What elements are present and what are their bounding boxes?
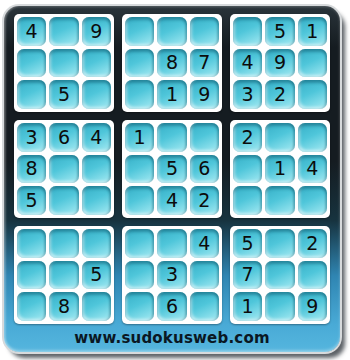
cell-r1c7[interactable]	[233, 17, 262, 46]
cell-r1c8[interactable]: 5	[265, 17, 294, 46]
cell-r7c5[interactable]	[157, 229, 186, 258]
cell-r3c8[interactable]: 2	[265, 80, 294, 109]
cell-r4c8[interactable]	[265, 123, 294, 152]
cell-r2c5[interactable]: 8	[157, 49, 186, 78]
cell-r9c3[interactable]	[82, 292, 111, 321]
cell-r7c6[interactable]: 4	[190, 229, 219, 258]
cell-r1c9[interactable]: 1	[298, 17, 327, 46]
cell-r3c6[interactable]: 9	[190, 80, 219, 109]
cell-r6c9[interactable]	[298, 186, 327, 215]
cell-r7c9[interactable]: 2	[298, 229, 327, 258]
cell-r3c1[interactable]	[17, 80, 46, 109]
cell-r4c7[interactable]: 2	[233, 123, 262, 152]
cell-r4c3[interactable]: 4	[82, 123, 111, 152]
box-3-2: 436	[122, 226, 222, 324]
cell-r5c2[interactable]	[49, 155, 78, 184]
box-1-3: 514932	[230, 14, 330, 112]
cell-r5c9[interactable]: 4	[298, 155, 327, 184]
cell-r8c4[interactable]	[125, 261, 154, 290]
cell-r6c6[interactable]: 2	[190, 186, 219, 215]
cell-r8c2[interactable]	[49, 261, 78, 290]
cell-r2c9[interactable]	[298, 49, 327, 78]
cell-r1c2[interactable]	[49, 17, 78, 46]
cell-r3c4[interactable]	[125, 80, 154, 109]
cell-r6c7[interactable]	[233, 186, 262, 215]
box-1-2: 8719	[122, 14, 222, 112]
box-2-1: 36485	[14, 120, 114, 218]
website-link[interactable]: www.sudokusweb.com	[74, 329, 269, 347]
cell-r3c5[interactable]: 1	[157, 80, 186, 109]
cell-r8c5[interactable]: 3	[157, 261, 186, 290]
cell-r6c5[interactable]: 4	[157, 186, 186, 215]
cell-r5c4[interactable]	[125, 155, 154, 184]
cell-r5c5[interactable]: 5	[157, 155, 186, 184]
box-3-3: 52719	[230, 226, 330, 324]
page: 495871951493236485156422145843652719 www…	[0, 0, 350, 360]
cell-r2c7[interactable]: 4	[233, 49, 262, 78]
cell-r9c9[interactable]: 9	[298, 292, 327, 321]
cell-r9c8[interactable]	[265, 292, 294, 321]
cell-r3c3[interactable]	[82, 80, 111, 109]
cell-r4c6[interactable]	[190, 123, 219, 152]
cell-r7c3[interactable]	[82, 229, 111, 258]
cell-r5c3[interactable]	[82, 155, 111, 184]
cell-r6c8[interactable]	[265, 186, 294, 215]
cell-r9c7[interactable]: 1	[233, 292, 262, 321]
footer-bar: www.sudokusweb.com	[4, 324, 340, 352]
cell-r4c9[interactable]	[298, 123, 327, 152]
cell-r8c1[interactable]	[17, 261, 46, 290]
cell-r6c2[interactable]	[49, 186, 78, 215]
cell-r4c5[interactable]	[157, 123, 186, 152]
cell-r6c4[interactable]	[125, 186, 154, 215]
cell-r1c4[interactable]	[125, 17, 154, 46]
cell-r2c4[interactable]	[125, 49, 154, 78]
cell-r8c6[interactable]	[190, 261, 219, 290]
box-2-3: 214	[230, 120, 330, 218]
cell-r9c4[interactable]	[125, 292, 154, 321]
box-2-2: 15642	[122, 120, 222, 218]
cell-r8c7[interactable]: 7	[233, 261, 262, 290]
cell-r4c1[interactable]: 3	[17, 123, 46, 152]
cell-r7c7[interactable]: 5	[233, 229, 262, 258]
cell-r5c8[interactable]: 1	[265, 155, 294, 184]
cell-r4c2[interactable]: 6	[49, 123, 78, 152]
cell-r5c6[interactable]: 6	[190, 155, 219, 184]
cell-r1c5[interactable]	[157, 17, 186, 46]
cell-r9c2[interactable]: 8	[49, 292, 78, 321]
box-3-1: 58	[14, 226, 114, 324]
cell-r2c8[interactable]: 9	[265, 49, 294, 78]
cell-r3c7[interactable]: 3	[233, 80, 262, 109]
cell-r1c1[interactable]: 4	[17, 17, 46, 46]
cell-r8c9[interactable]	[298, 261, 327, 290]
sudoku-grid: 495871951493236485156422145843652719	[4, 6, 340, 324]
cell-r7c1[interactable]	[17, 229, 46, 258]
cell-r8c8[interactable]	[265, 261, 294, 290]
cell-r3c9[interactable]	[298, 80, 327, 109]
cell-r6c1[interactable]: 5	[17, 186, 46, 215]
cell-r2c1[interactable]	[17, 49, 46, 78]
cell-r3c2[interactable]: 5	[49, 80, 78, 109]
cell-r7c2[interactable]	[49, 229, 78, 258]
box-1-1: 495	[14, 14, 114, 112]
cell-r2c2[interactable]	[49, 49, 78, 78]
cell-r2c3[interactable]	[82, 49, 111, 78]
cell-r9c5[interactable]: 6	[157, 292, 186, 321]
cell-r8c3[interactable]: 5	[82, 261, 111, 290]
cell-r5c1[interactable]: 8	[17, 155, 46, 184]
cell-r7c8[interactable]	[265, 229, 294, 258]
cell-r7c4[interactable]	[125, 229, 154, 258]
cell-r1c3[interactable]: 9	[82, 17, 111, 46]
cell-r9c1[interactable]	[17, 292, 46, 321]
cell-r2c6[interactable]: 7	[190, 49, 219, 78]
cell-r5c7[interactable]	[233, 155, 262, 184]
cell-r4c4[interactable]: 1	[125, 123, 154, 152]
cell-r9c6[interactable]	[190, 292, 219, 321]
cell-r6c3[interactable]	[82, 186, 111, 215]
cell-r1c6[interactable]	[190, 17, 219, 46]
sudoku-board: 495871951493236485156422145843652719 www…	[4, 6, 340, 352]
